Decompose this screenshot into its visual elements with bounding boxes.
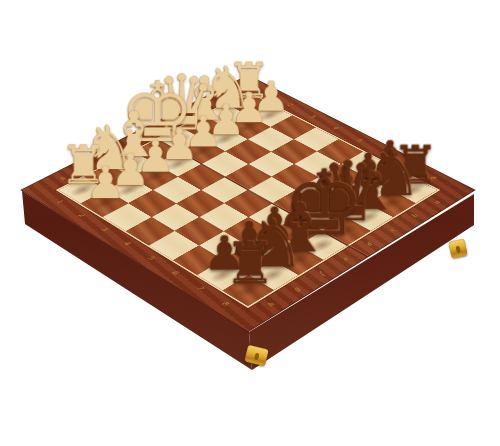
rank-label-left-4: 4: [122, 241, 132, 247]
rank-label-right-5: 5: [355, 138, 364, 143]
file-label-bottom-a: a: [432, 199, 442, 204]
white-pawn-h2: ♟: [86, 162, 126, 204]
file-label-bottom-e: e: [340, 256, 350, 262]
rank-label-right-3: 3: [308, 114, 317, 119]
rank-label-left-5: 5: [146, 255, 156, 261]
chess-set-photo: 11hh22gg33ff44ee55dd66cc77bb88aa ♜♞♝♛♚♝♞…: [0, 0, 500, 446]
rank-label-right-2: 2: [285, 103, 294, 108]
rank-label-left-1: 1: [54, 199, 64, 204]
file-label-bottom-c: c: [387, 227, 397, 232]
file-label-bottom-f: f: [317, 271, 326, 276]
brass-clasp-icon: [448, 239, 467, 259]
file-label-bottom-d: d: [364, 241, 374, 247]
rank-label-left-7: 7: [194, 286, 204, 292]
file-label-bottom-g: g: [291, 286, 301, 292]
rank-label-left-3: 3: [99, 227, 109, 233]
file-label-bottom-b: b: [410, 213, 420, 219]
rank-label-left-8: 8: [220, 301, 230, 307]
rank-label-right-4: 4: [331, 126, 340, 131]
black-rook-h8: ♜: [224, 237, 275, 292]
rank-label-left-6: 6: [170, 270, 180, 276]
file-label-bottom-h: h: [266, 301, 276, 307]
rank-label-left-2: 2: [76, 213, 86, 219]
